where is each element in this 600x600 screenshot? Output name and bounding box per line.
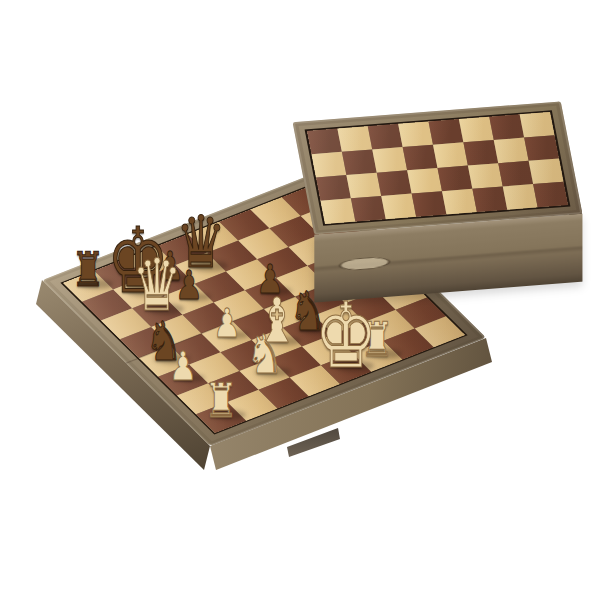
light-king-shadow: [334, 361, 374, 372]
dark-knight-shadow: [298, 324, 334, 334]
dark-rook-a8: ♜: [71, 245, 105, 293]
light-rook-shadow: [212, 410, 246, 420]
dark-pawn-shadow: [164, 274, 192, 282]
light-queen-shadow: [146, 304, 184, 315]
dark-pawn-c6: ♟: [175, 265, 203, 305]
light-bishop-shadow: [269, 337, 301, 346]
dark-pawn-shadow: [183, 293, 211, 301]
light-rook-f1: ♜: [361, 315, 395, 363]
dark-pawn-shadow: [264, 287, 292, 295]
product-scene: ♜♚♟♛♛♟♟♞♟♟♝♞♞♜♚♜: [0, 0, 600, 600]
pieces-layer: ♜♚♟♛♛♟♟♞♟♟♝♞♞♜♚♜: [0, 0, 600, 600]
light-pawn-c4: ♟: [213, 302, 241, 342]
light-pawn-shadow: [177, 374, 205, 382]
dark-rook-shadow: [79, 279, 113, 289]
dark-knight-e3: ♞: [289, 285, 327, 339]
light-rook-a1: ♜: [204, 376, 238, 424]
dark-king-shadow: [126, 285, 166, 296]
light-rook-shadow: [368, 349, 402, 359]
light-bishop-d3: ♝: [255, 290, 298, 352]
light-pawn-shadow: [221, 331, 249, 339]
light-king-e1: ♚: [315, 291, 378, 381]
dark-pawn-e5: ♟: [256, 259, 284, 299]
dark-queen-d7: ♛: [176, 206, 226, 278]
light-knight-c2: ♞: [246, 328, 284, 382]
dark-knight-shadow: [154, 354, 190, 364]
dark-king-b7: ♚: [107, 215, 170, 305]
dark-pawn-c7: ♟: [156, 246, 184, 286]
dark-knight-a4: ♞: [145, 315, 183, 369]
light-knight-shadow: [255, 367, 291, 377]
dark-queen-shadow: [190, 261, 228, 272]
light-pawn-a3: ♟: [169, 346, 197, 386]
light-queen-b6: ♛: [132, 250, 182, 322]
